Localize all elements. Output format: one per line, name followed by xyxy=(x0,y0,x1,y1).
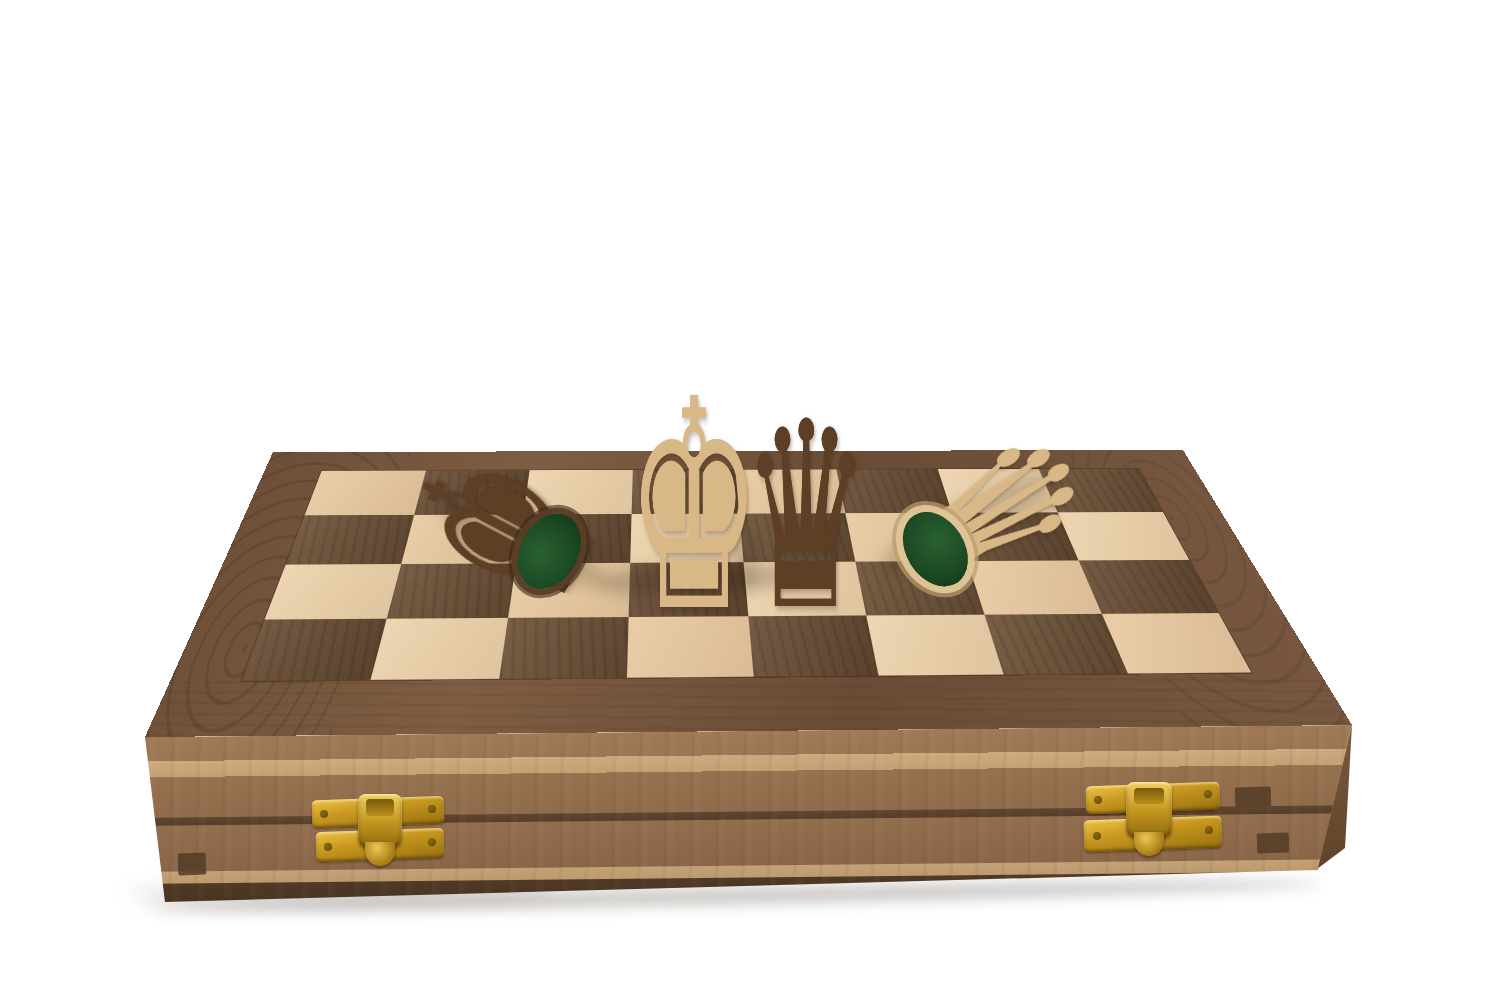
white-king-glyph: ♚ xyxy=(619,362,770,652)
latch-clasp xyxy=(358,794,402,848)
brass-latch-right xyxy=(1084,782,1228,856)
screw-icon xyxy=(320,810,328,818)
screw-icon xyxy=(1204,790,1212,798)
finger-joint-right-top xyxy=(1235,786,1272,807)
brass-latch-left xyxy=(312,794,452,866)
finger-joint-left xyxy=(178,853,207,876)
screw-icon xyxy=(1094,796,1102,804)
finger-joint-right-bottom xyxy=(1257,832,1290,853)
screw-icon xyxy=(428,805,436,813)
screw-icon xyxy=(428,838,436,846)
latch-hook xyxy=(1134,832,1164,856)
square-r4c1 xyxy=(241,619,387,681)
latch-hook xyxy=(365,842,395,866)
product-photo-scene: ♚ ♛ ♛ ♚ xyxy=(0,0,1500,1000)
screw-icon xyxy=(1205,826,1213,834)
screw-icon xyxy=(324,843,332,851)
latch-clasp xyxy=(1126,782,1172,838)
white-king-standing: ♚ xyxy=(549,362,839,652)
screw-icon xyxy=(1093,832,1101,840)
